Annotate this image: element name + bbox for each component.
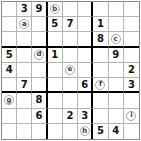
- cell-r2c3[interactable]: [32, 17, 47, 32]
- given-digit: 8: [36, 95, 43, 105]
- circled-letter-a: a: [19, 19, 29, 29]
- cell-r1c2[interactable]: 3: [17, 2, 32, 17]
- cell-r9c7[interactable]: 5: [93, 124, 108, 139]
- cell-r3c4[interactable]: [48, 32, 63, 47]
- cell-r6c2[interactable]: 7: [17, 78, 32, 93]
- cell-r9c5[interactable]: [63, 124, 78, 139]
- cell-r7c8[interactable]: [109, 93, 124, 108]
- sudoku-board: 39ba5718c5d194e276f3g8623ih54: [1, 1, 140, 140]
- cell-r5c3[interactable]: [32, 63, 47, 78]
- cell-r4c5[interactable]: [63, 48, 78, 63]
- cell-r7c9[interactable]: [124, 93, 139, 108]
- cell-r6c3[interactable]: [32, 78, 47, 93]
- cell-r7c2[interactable]: [17, 93, 32, 108]
- cell-r8c3[interactable]: 6: [32, 109, 47, 124]
- cell-r2c2[interactable]: a: [17, 17, 32, 32]
- cell-r2c8[interactable]: [109, 17, 124, 32]
- circled-letter-g: g: [4, 95, 14, 105]
- circled-letter-d: d: [34, 50, 44, 60]
- given-digit: 8: [97, 34, 104, 44]
- cell-r5c6[interactable]: [78, 63, 93, 78]
- cell-r2c1[interactable]: [2, 17, 17, 32]
- cell-r2c4[interactable]: 5: [48, 17, 63, 32]
- page-background: 39ba5718c5d194e276f3g8623ih54: [0, 0, 141, 141]
- circled-letter-b: b: [50, 4, 60, 14]
- cell-r6c9[interactable]: 3: [124, 78, 139, 93]
- given-digit: 4: [6, 65, 13, 75]
- cell-r8c5[interactable]: 2: [63, 109, 78, 124]
- cell-r8c8[interactable]: [109, 109, 124, 124]
- circled-letter-e: e: [65, 65, 75, 75]
- cell-r1c3[interactable]: 9: [32, 2, 47, 17]
- circled-letter-c: c: [111, 34, 121, 44]
- cell-r8c2[interactable]: [17, 109, 32, 124]
- cell-r3c2[interactable]: [17, 32, 32, 47]
- given-digit: 7: [67, 19, 74, 29]
- cell-r1c9[interactable]: [124, 2, 139, 17]
- cell-r5c2[interactable]: [17, 63, 32, 78]
- cell-r4c3[interactable]: d: [32, 48, 47, 63]
- given-digit: 3: [81, 111, 88, 121]
- given-digit: 2: [67, 111, 74, 121]
- cell-r6c8[interactable]: [109, 78, 124, 93]
- cell-r3c7[interactable]: 8: [93, 32, 108, 47]
- cell-r7c5[interactable]: [63, 93, 78, 108]
- cell-r1c6[interactable]: [78, 2, 93, 17]
- cell-r4c1[interactable]: 5: [2, 48, 17, 63]
- circled-letter-i: i: [126, 111, 136, 121]
- given-digit: 7: [21, 80, 28, 90]
- given-digit: 9: [112, 50, 119, 60]
- cell-r5c9[interactable]: 2: [124, 63, 139, 78]
- cell-r9c6[interactable]: h: [78, 124, 93, 139]
- cell-r6c7[interactable]: f: [93, 78, 108, 93]
- cell-r2c7[interactable]: 1: [93, 17, 108, 32]
- cell-r9c1[interactable]: [2, 124, 17, 139]
- cell-r3c6[interactable]: [78, 32, 93, 47]
- given-digit: 3: [21, 4, 28, 14]
- cell-r3c5[interactable]: [63, 32, 78, 47]
- cell-r5c1[interactable]: 4: [2, 63, 17, 78]
- cell-r4c7[interactable]: [93, 48, 108, 63]
- cell-r4c8[interactable]: 9: [109, 48, 124, 63]
- given-digit: 5: [6, 50, 13, 60]
- cell-r1c7[interactable]: [93, 2, 108, 17]
- cell-r4c4[interactable]: 1: [48, 48, 63, 63]
- cell-r5c5[interactable]: e: [63, 63, 78, 78]
- cell-r4c9[interactable]: [124, 48, 139, 63]
- cell-r6c5[interactable]: [63, 78, 78, 93]
- cell-r1c4[interactable]: b: [48, 2, 63, 17]
- cell-r9c2[interactable]: [17, 124, 32, 139]
- cell-r6c4[interactable]: [48, 78, 63, 93]
- cell-r9c9[interactable]: [124, 124, 139, 139]
- cell-r1c1[interactable]: [2, 2, 17, 17]
- cell-r4c6[interactable]: [78, 48, 93, 63]
- cell-r7c1[interactable]: g: [2, 93, 17, 108]
- cell-r4c2[interactable]: [17, 48, 32, 63]
- cell-r2c5[interactable]: 7: [63, 17, 78, 32]
- given-digit: 4: [112, 126, 119, 136]
- cell-r9c8[interactable]: 4: [109, 124, 124, 139]
- cell-r5c7[interactable]: [93, 63, 108, 78]
- cell-r8c1[interactable]: [2, 109, 17, 124]
- cell-r1c5[interactable]: [63, 2, 78, 17]
- given-digit: 3: [128, 80, 135, 90]
- given-digit: 9: [36, 4, 43, 14]
- cell-r3c1[interactable]: [2, 32, 17, 47]
- given-digit: 5: [51, 19, 58, 29]
- given-digit: 2: [128, 65, 135, 75]
- cell-r3c3[interactable]: [32, 32, 47, 47]
- cell-r7c3[interactable]: 8: [32, 93, 47, 108]
- cell-r3c9[interactable]: [124, 32, 139, 47]
- cell-r8c9[interactable]: i: [124, 109, 139, 124]
- cell-r2c9[interactable]: [124, 17, 139, 32]
- cell-r7c7[interactable]: [93, 93, 108, 108]
- cell-r1c8[interactable]: [109, 2, 124, 17]
- cell-r6c1[interactable]: [2, 78, 17, 93]
- cell-r3c8[interactable]: c: [109, 32, 124, 47]
- cell-r8c4[interactable]: [48, 109, 63, 124]
- cell-r5c4[interactable]: [48, 63, 63, 78]
- given-digit: 6: [36, 111, 43, 121]
- cell-r2c6[interactable]: [78, 17, 93, 32]
- circled-letter-h: h: [80, 126, 90, 136]
- given-digit: 1: [97, 19, 104, 29]
- cell-r7c6[interactable]: [78, 93, 93, 108]
- cell-r8c7[interactable]: [93, 109, 108, 124]
- cell-r9c4[interactable]: [48, 124, 63, 139]
- cell-r6c6[interactable]: 6: [78, 78, 93, 93]
- given-digit: 5: [97, 126, 104, 136]
- cell-r9c3[interactable]: [32, 124, 47, 139]
- given-digit: 6: [81, 80, 88, 90]
- cell-r5c8[interactable]: [109, 63, 124, 78]
- circled-letter-f: f: [95, 80, 105, 90]
- cell-r7c4[interactable]: [48, 93, 63, 108]
- cell-r8c6[interactable]: 3: [78, 109, 93, 124]
- given-digit: 1: [51, 50, 58, 60]
